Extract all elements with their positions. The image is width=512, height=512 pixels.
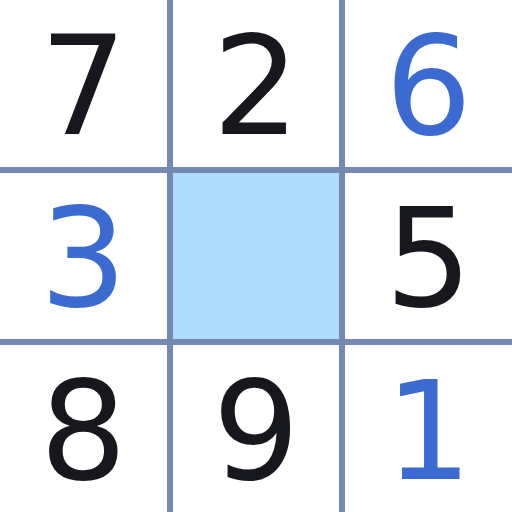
cell-value: 2 <box>212 18 299 155</box>
cell-r2c2-selected[interactable] <box>173 173 340 340</box>
sudoku-board: 7 2 6 3 5 8 9 1 <box>0 0 512 512</box>
cell-r1c1[interactable]: 7 <box>0 0 167 167</box>
cell-value: 5 <box>385 190 472 327</box>
cell-r3c1[interactable]: 8 <box>0 345 167 512</box>
cell-value: 7 <box>40 18 127 155</box>
cell-r1c2[interactable]: 2 <box>173 0 340 167</box>
cell-value: 1 <box>385 363 472 500</box>
cell-value: 6 <box>385 18 472 155</box>
cell-value: 3 <box>40 190 127 327</box>
cell-r1c3[interactable]: 6 <box>345 0 512 167</box>
cell-r2c3[interactable]: 5 <box>345 173 512 340</box>
cell-r2c1[interactable]: 3 <box>0 173 167 340</box>
cell-r3c2[interactable]: 9 <box>173 345 340 512</box>
cell-value: 9 <box>212 363 299 500</box>
cell-r3c3[interactable]: 1 <box>345 345 512 512</box>
cell-value: 8 <box>40 363 127 500</box>
